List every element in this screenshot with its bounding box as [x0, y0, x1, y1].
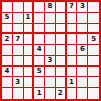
- cell-r3c9[interactable]: [88, 24, 99, 35]
- cell-r2c1[interactable]: 5: [2, 13, 13, 24]
- cell-r2c9[interactable]: [88, 13, 99, 24]
- cell-r9c1[interactable]: [2, 88, 13, 99]
- given-digit: 6: [80, 46, 85, 53]
- cell-r4c2[interactable]: 7: [13, 34, 24, 45]
- cell-r3c3[interactable]: [24, 24, 35, 35]
- given-digit: 3: [48, 57, 53, 64]
- given-digit: 5: [91, 36, 96, 43]
- cell-r7c1[interactable]: 4: [2, 67, 13, 78]
- cell-r9c9[interactable]: [88, 88, 99, 99]
- given-digit: 1: [26, 14, 31, 21]
- cell-r2c4[interactable]: [34, 13, 45, 24]
- cell-r5c1[interactable]: [2, 45, 13, 56]
- cell-r7c5[interactable]: [45, 67, 56, 78]
- cell-r4c3[interactable]: [24, 34, 35, 45]
- cell-r3c5[interactable]: [45, 24, 56, 35]
- cell-r9c8[interactable]: [77, 88, 88, 99]
- cell-r8c2[interactable]: 3: [13, 77, 24, 88]
- given-digit: 5: [4, 14, 9, 21]
- cell-r2c6[interactable]: [56, 13, 67, 24]
- cell-r6c8[interactable]: [77, 56, 88, 67]
- cell-r5c7[interactable]: [67, 45, 78, 56]
- given-digit: 5: [37, 68, 42, 75]
- cell-r8c9[interactable]: [88, 77, 99, 88]
- cell-r6c6[interactable]: [56, 56, 67, 67]
- given-digit: 2: [58, 90, 63, 97]
- cell-r1c2[interactable]: [13, 2, 24, 13]
- cell-r1c8[interactable]: 3: [77, 2, 88, 13]
- cell-r4c5[interactable]: [45, 34, 56, 45]
- cell-r4c9[interactable]: 5: [88, 34, 99, 45]
- cell-r5c9[interactable]: [88, 45, 99, 56]
- cell-r3c4[interactable]: [34, 24, 45, 35]
- cell-r4c4[interactable]: [34, 34, 45, 45]
- cell-r9c6[interactable]: 2: [56, 88, 67, 99]
- cell-r8c5[interactable]: [45, 77, 56, 88]
- cell-r1c3[interactable]: [24, 2, 35, 13]
- cell-r4c8[interactable]: [77, 34, 88, 45]
- cell-r6c9[interactable]: [88, 56, 99, 67]
- cell-r3c1[interactable]: [2, 24, 13, 35]
- cell-r2c5[interactable]: [45, 13, 56, 24]
- cell-r7c4[interactable]: 5: [34, 67, 45, 78]
- cell-r9c3[interactable]: [24, 88, 35, 99]
- cell-r1c5[interactable]: 8: [45, 2, 56, 13]
- cell-r4c7[interactable]: [67, 34, 78, 45]
- cell-r3c2[interactable]: [13, 24, 24, 35]
- cell-r1c6[interactable]: [56, 2, 67, 13]
- cell-r6c1[interactable]: [2, 56, 13, 67]
- cell-r4c1[interactable]: 2: [2, 34, 13, 45]
- cell-r5c3[interactable]: [24, 45, 35, 56]
- cell-r8c3[interactable]: [24, 77, 35, 88]
- cell-r5c4[interactable]: 4: [34, 45, 45, 56]
- cell-r8c6[interactable]: [56, 77, 67, 88]
- given-digit: 7: [69, 3, 74, 10]
- cell-r3c7[interactable]: [67, 24, 78, 35]
- given-digit: 3: [15, 79, 20, 86]
- cell-r7c7[interactable]: [67, 67, 78, 78]
- given-digit: 8: [48, 3, 53, 10]
- cell-r5c2[interactable]: [13, 45, 24, 56]
- cell-r7c3[interactable]: [24, 67, 35, 78]
- cell-r8c4[interactable]: [34, 77, 45, 88]
- cell-r7c9[interactable]: [88, 67, 99, 78]
- cell-r2c8[interactable]: [77, 13, 88, 24]
- cell-r7c6[interactable]: [56, 67, 67, 78]
- given-digit: 2: [4, 36, 9, 43]
- cell-r3c6[interactable]: [56, 24, 67, 35]
- cell-r6c4[interactable]: [34, 56, 45, 67]
- cell-r3c8[interactable]: [77, 24, 88, 35]
- cell-r8c7[interactable]: 1: [67, 77, 78, 88]
- cell-r9c7[interactable]: [67, 88, 78, 99]
- cell-r7c2[interactable]: [13, 67, 24, 78]
- given-digit: 4: [37, 46, 42, 53]
- cell-r9c5[interactable]: [45, 88, 56, 99]
- cell-r4c6[interactable]: [56, 34, 67, 45]
- given-digit: 1: [69, 79, 74, 86]
- cell-r9c2[interactable]: [13, 88, 24, 99]
- sudoku-board: 87351275463453112: [0, 0, 101, 101]
- cell-r7c8[interactable]: [77, 67, 88, 78]
- given-digit: 1: [37, 90, 42, 97]
- cell-r6c2[interactable]: [13, 56, 24, 67]
- cell-r8c1[interactable]: [2, 77, 13, 88]
- cell-r2c2[interactable]: [13, 13, 24, 24]
- given-digit: 3: [80, 3, 85, 10]
- cell-r5c6[interactable]: [56, 45, 67, 56]
- cell-r1c9[interactable]: [88, 2, 99, 13]
- cell-r5c8[interactable]: 6: [77, 45, 88, 56]
- given-digit: 4: [4, 68, 9, 75]
- cell-r1c7[interactable]: 7: [67, 2, 78, 13]
- cell-r5c5[interactable]: [45, 45, 56, 56]
- cell-r6c3[interactable]: [24, 56, 35, 67]
- cell-r6c5[interactable]: 3: [45, 56, 56, 67]
- cell-r1c1[interactable]: [2, 2, 13, 13]
- cell-r2c3[interactable]: 1: [24, 13, 35, 24]
- cell-r2c7[interactable]: [67, 13, 78, 24]
- cell-r9c4[interactable]: 1: [34, 88, 45, 99]
- cell-r6c7[interactable]: [67, 56, 78, 67]
- given-digit: 7: [15, 36, 20, 43]
- cell-r1c4[interactable]: [34, 2, 45, 13]
- cell-r8c8[interactable]: [77, 77, 88, 88]
